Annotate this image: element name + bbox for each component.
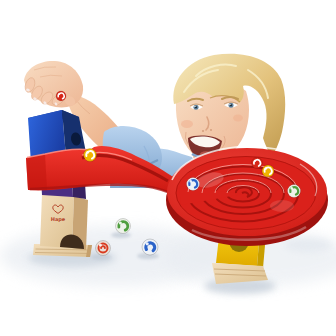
marble-floor-blue: [142, 239, 158, 255]
marble-glint: [58, 93, 60, 95]
marble-glint: [290, 187, 293, 190]
photo-illustration: Hape: [0, 0, 336, 336]
marble-track-red: [252, 158, 263, 169]
marble-held-red: [56, 91, 66, 101]
nostril-left: [202, 130, 204, 132]
marble-track-yellow: [262, 165, 274, 177]
marble-floor-red: [96, 241, 111, 256]
cheek-blush-right: [233, 115, 243, 122]
marble-glint: [99, 244, 102, 247]
marble-glint: [86, 151, 89, 154]
boy-hand: [23, 61, 83, 108]
marble-launcher-yellow: [84, 149, 97, 162]
nostril-right: [210, 129, 212, 131]
disc-shadow-right: [284, 238, 332, 252]
marble-glint: [265, 167, 267, 169]
eye-right-glint: [229, 104, 230, 105]
marble-track-blue: [187, 178, 200, 191]
hape-logo-text: Hape: [51, 216, 66, 223]
wood-tower-block: Hape: [40, 194, 88, 250]
disc-sheen-right: [270, 200, 294, 212]
red-spiral-roundabout: [166, 147, 328, 246]
marble-glint: [146, 242, 149, 245]
marble-glint: [119, 222, 122, 225]
marble-glint: [189, 180, 192, 183]
cheek-blush-left: [181, 120, 193, 128]
product-photo: Hape: [0, 0, 336, 336]
eye-left-glint: [194, 106, 195, 107]
marble-track-green: [288, 185, 301, 198]
marble-glint: [254, 160, 256, 162]
marble-floor-green: [116, 219, 131, 234]
launcher-flange: [26, 154, 47, 190]
